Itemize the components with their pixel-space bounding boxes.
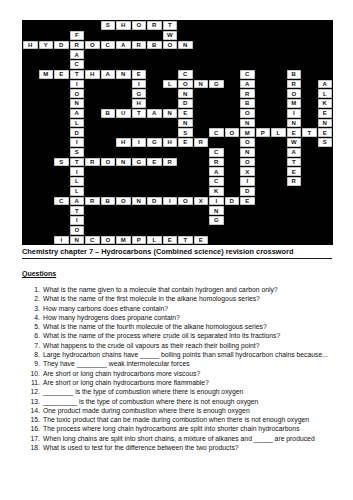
question-number: 11. xyxy=(22,378,40,387)
letter-cell: E xyxy=(194,236,209,245)
black-cell xyxy=(194,128,209,137)
black-cell xyxy=(209,89,224,98)
question-number: 12. xyxy=(22,387,40,396)
letter-cell: T xyxy=(70,206,85,215)
letter-cell: C xyxy=(240,70,255,79)
letter-cell: B xyxy=(287,70,302,79)
black-cell xyxy=(318,167,333,176)
black-cell xyxy=(194,148,209,157)
crossword-grid: SHORTFWHYDROCARBONACMETHANECCBIILONGARAO… xyxy=(22,20,333,245)
question-number: 5. xyxy=(22,322,40,331)
black-cell xyxy=(271,167,286,176)
black-cell xyxy=(178,167,193,176)
black-cell xyxy=(256,158,271,167)
black-cell xyxy=(256,70,271,79)
black-cell xyxy=(318,31,333,40)
letter-cell: O xyxy=(225,128,240,137)
black-cell xyxy=(85,31,100,40)
black-cell xyxy=(54,206,69,215)
black-cell xyxy=(271,50,286,59)
black-cell xyxy=(178,206,193,215)
black-cell xyxy=(116,216,131,225)
black-cell xyxy=(302,119,317,128)
black-cell xyxy=(54,148,69,157)
black-cell xyxy=(116,226,131,235)
letter-cell: I xyxy=(240,177,255,186)
letter-cell: A xyxy=(116,41,131,50)
letter-cell: N xyxy=(116,70,131,79)
black-cell xyxy=(287,41,302,50)
letter-cell: B xyxy=(240,99,255,108)
letter-cell: P xyxy=(256,128,271,137)
black-cell xyxy=(54,60,69,69)
black-cell xyxy=(54,31,69,40)
black-cell xyxy=(54,177,69,186)
black-cell xyxy=(116,128,131,137)
black-cell xyxy=(225,167,240,176)
black-cell xyxy=(132,206,147,215)
black-cell xyxy=(287,216,302,225)
black-cell xyxy=(23,226,38,235)
black-cell xyxy=(240,226,255,235)
letter-cell: N xyxy=(209,206,224,215)
question-item: 9.They have ________ weak intermolecular… xyxy=(22,359,342,368)
letter-cell: C xyxy=(85,236,100,245)
black-cell xyxy=(225,21,240,30)
black-cell xyxy=(39,50,54,59)
black-cell xyxy=(147,148,162,157)
letter-cell: N xyxy=(70,236,85,245)
black-cell xyxy=(194,119,209,128)
black-cell xyxy=(39,197,54,206)
letter-cell: D xyxy=(225,197,240,206)
black-cell xyxy=(178,21,193,30)
black-cell xyxy=(116,119,131,128)
black-cell xyxy=(194,226,209,235)
black-cell xyxy=(302,89,317,98)
black-cell xyxy=(302,187,317,196)
black-cell xyxy=(271,177,286,186)
black-cell xyxy=(147,119,162,128)
letter-cell: L xyxy=(147,236,162,245)
letter-cell: N xyxy=(178,119,193,128)
question-number: 15. xyxy=(22,415,40,424)
question-item: 2.What is the name of the first molecule… xyxy=(22,294,342,303)
black-cell xyxy=(256,167,271,176)
black-cell xyxy=(225,50,240,59)
question-text: Are short or long chain hydrocarbons mor… xyxy=(43,378,209,387)
letter-cell: B xyxy=(101,109,116,118)
black-cell xyxy=(271,148,286,157)
black-cell xyxy=(23,109,38,118)
black-cell xyxy=(302,158,317,167)
letter-cell: I xyxy=(70,80,85,89)
black-cell xyxy=(225,187,240,196)
black-cell xyxy=(256,226,271,235)
letter-cell: R xyxy=(85,158,100,167)
black-cell xyxy=(318,177,333,186)
question-text: How many hydrogens does propane contain? xyxy=(43,313,180,322)
black-cell xyxy=(85,99,100,108)
black-cell xyxy=(23,216,38,225)
black-cell xyxy=(39,128,54,137)
black-cell xyxy=(23,99,38,108)
black-cell xyxy=(116,89,131,98)
black-cell xyxy=(225,206,240,215)
black-cell xyxy=(256,50,271,59)
letter-cell: H xyxy=(132,99,147,108)
black-cell xyxy=(85,187,100,196)
black-cell xyxy=(132,177,147,186)
question-number: 8. xyxy=(22,350,40,359)
question-number: 7. xyxy=(22,341,40,350)
black-cell xyxy=(271,216,286,225)
letter-cell: I xyxy=(132,138,147,147)
letter-cell: U xyxy=(116,109,131,118)
black-cell xyxy=(54,167,69,176)
letter-cell: R xyxy=(163,158,178,167)
black-cell xyxy=(256,206,271,215)
worksheet-page: SHORTFWHYDROCARBONACMETHANECCBIILONGARAO… xyxy=(0,0,353,500)
black-cell xyxy=(256,60,271,69)
black-cell xyxy=(101,50,116,59)
black-cell xyxy=(302,138,317,147)
black-cell xyxy=(318,148,333,157)
letter-cell: T xyxy=(302,128,317,137)
black-cell xyxy=(302,109,317,118)
letter-cell: O xyxy=(101,236,116,245)
black-cell xyxy=(85,167,100,176)
black-cell xyxy=(23,89,38,98)
black-cell xyxy=(147,206,162,215)
letter-cell: E xyxy=(287,128,302,137)
black-cell xyxy=(147,31,162,40)
black-cell xyxy=(178,50,193,59)
letter-cell: O xyxy=(101,158,116,167)
letter-cell: A xyxy=(147,109,162,118)
black-cell xyxy=(132,31,147,40)
black-cell xyxy=(85,21,100,30)
black-cell xyxy=(85,216,100,225)
letter-cell: O xyxy=(287,89,302,98)
black-cell xyxy=(132,50,147,59)
black-cell xyxy=(271,80,286,89)
black-cell xyxy=(302,236,317,245)
black-cell xyxy=(302,70,317,79)
black-cell xyxy=(163,99,178,108)
letter-cell: O xyxy=(116,197,131,206)
letter-cell: N xyxy=(70,99,85,108)
black-cell xyxy=(256,80,271,89)
letter-cell: A xyxy=(70,50,85,59)
letter-cell: W xyxy=(287,138,302,147)
black-cell xyxy=(23,138,38,147)
black-cell xyxy=(23,236,38,245)
black-cell xyxy=(163,60,178,69)
question-text: Are short or long chain hydrocarbons mor… xyxy=(43,369,200,378)
black-cell xyxy=(302,206,317,215)
black-cell xyxy=(54,216,69,225)
letter-cell: L xyxy=(70,119,85,128)
letter-cell: C xyxy=(70,60,85,69)
black-cell xyxy=(163,89,178,98)
black-cell xyxy=(194,99,209,108)
black-cell xyxy=(54,109,69,118)
black-cell xyxy=(54,119,69,128)
letter-cell: E xyxy=(318,128,333,137)
letter-cell: R xyxy=(194,138,209,147)
black-cell xyxy=(23,31,38,40)
black-cell xyxy=(287,206,302,215)
black-cell xyxy=(318,187,333,196)
black-cell xyxy=(194,167,209,176)
worksheet-title: Chemistry chapter 7 – Hydrocarbons (Comb… xyxy=(22,247,332,259)
black-cell xyxy=(178,148,193,157)
black-cell xyxy=(318,158,333,167)
black-cell xyxy=(101,31,116,40)
letter-cell: S xyxy=(54,158,69,167)
question-number: 13. xyxy=(22,397,40,406)
letter-cell: I xyxy=(163,197,178,206)
black-cell xyxy=(209,41,224,50)
black-cell xyxy=(85,109,100,118)
letter-cell: D xyxy=(70,128,85,137)
letter-cell: R xyxy=(240,89,255,98)
black-cell xyxy=(271,41,286,50)
black-cell xyxy=(116,50,131,59)
black-cell xyxy=(39,148,54,157)
question-text: What is the name given to a molecule tha… xyxy=(43,285,278,294)
letter-cell: S xyxy=(178,128,193,137)
black-cell xyxy=(318,226,333,235)
black-cell xyxy=(225,148,240,157)
black-cell xyxy=(132,187,147,196)
question-number: 17. xyxy=(22,434,40,443)
black-cell xyxy=(209,50,224,59)
black-cell xyxy=(271,206,286,215)
question-item: 8.Large hydrocarbon chains have _____ bo… xyxy=(22,350,342,359)
black-cell xyxy=(225,99,240,108)
question-text: The process where long chain hydrocarbon… xyxy=(43,424,300,433)
black-cell xyxy=(271,21,286,30)
question-item: 5.What is the name of the fourth molecul… xyxy=(22,322,342,331)
black-cell xyxy=(23,187,38,196)
letter-cell: A xyxy=(318,80,333,89)
black-cell xyxy=(225,177,240,186)
letter-cell: R xyxy=(287,177,302,186)
black-cell xyxy=(302,60,317,69)
black-cell xyxy=(23,177,38,186)
black-cell xyxy=(194,158,209,167)
question-text: What is the name of the fourth molecule … xyxy=(43,322,267,331)
question-text: What is the name of the process where cr… xyxy=(43,331,280,340)
letter-cell: A xyxy=(240,80,255,89)
black-cell xyxy=(302,41,317,50)
black-cell xyxy=(39,80,54,89)
letter-cell: S xyxy=(318,138,333,147)
letter-cell: E xyxy=(287,167,302,176)
letter-cell: P xyxy=(132,236,147,245)
letter-cell: H xyxy=(23,41,38,50)
letter-cell: O xyxy=(85,41,100,50)
black-cell xyxy=(209,21,224,30)
black-cell xyxy=(39,119,54,128)
black-cell xyxy=(209,70,224,79)
letter-cell: N xyxy=(178,89,193,98)
letter-cell: L xyxy=(70,177,85,186)
black-cell xyxy=(23,80,38,89)
black-cell xyxy=(318,216,333,225)
black-cell xyxy=(147,128,162,137)
letter-cell: E xyxy=(240,197,255,206)
letter-cell: D xyxy=(54,41,69,50)
black-cell xyxy=(85,128,100,137)
black-cell xyxy=(101,167,116,176)
black-cell xyxy=(116,60,131,69)
black-cell xyxy=(116,206,131,215)
black-cell xyxy=(132,216,147,225)
letter-cell: G xyxy=(132,158,147,167)
letter-cell: N xyxy=(318,119,333,128)
letter-cell: R xyxy=(132,41,147,50)
black-cell xyxy=(302,177,317,186)
letter-cell: C xyxy=(101,41,116,50)
letter-cell: A xyxy=(70,197,85,206)
black-cell xyxy=(209,138,224,147)
black-cell xyxy=(271,236,286,245)
letter-cell: O xyxy=(240,138,255,147)
question-item: 15.The toxic product that can be made du… xyxy=(22,415,342,424)
letter-cell: M xyxy=(39,70,54,79)
black-cell xyxy=(318,70,333,79)
black-cell xyxy=(256,41,271,50)
letter-cell: R xyxy=(209,158,224,167)
black-cell xyxy=(23,60,38,69)
letter-cell: E xyxy=(54,70,69,79)
letter-cell: D xyxy=(240,187,255,196)
black-cell xyxy=(147,60,162,69)
black-cell xyxy=(256,109,271,118)
black-cell xyxy=(54,80,69,89)
black-cell xyxy=(147,167,162,176)
letter-cell: H xyxy=(85,70,100,79)
black-cell xyxy=(101,60,116,69)
black-cell xyxy=(132,226,147,235)
black-cell xyxy=(23,70,38,79)
black-cell xyxy=(85,80,100,89)
black-cell xyxy=(116,99,131,108)
black-cell xyxy=(287,187,302,196)
black-cell xyxy=(54,21,69,30)
black-cell xyxy=(302,31,317,40)
letter-cell: O xyxy=(178,197,193,206)
black-cell xyxy=(163,187,178,196)
black-cell xyxy=(225,60,240,69)
black-cell xyxy=(116,187,131,196)
black-cell xyxy=(271,89,286,98)
question-number: 2. xyxy=(22,294,40,303)
black-cell xyxy=(302,80,317,89)
black-cell xyxy=(194,177,209,186)
letter-cell: L xyxy=(318,89,333,98)
black-cell xyxy=(39,138,54,147)
black-cell xyxy=(163,128,178,137)
black-cell xyxy=(318,236,333,245)
black-cell xyxy=(271,158,286,167)
black-cell xyxy=(256,99,271,108)
black-cell xyxy=(85,138,100,147)
black-cell xyxy=(287,60,302,69)
black-cell xyxy=(116,167,131,176)
letter-cell: O xyxy=(163,41,178,50)
letter-cell: E xyxy=(163,236,178,245)
letter-cell: A xyxy=(209,167,224,176)
black-cell xyxy=(256,31,271,40)
letter-cell: M xyxy=(287,99,302,108)
letter-cell: O xyxy=(178,80,193,89)
black-cell xyxy=(240,31,255,40)
question-item: 13._________ is the type of combustion w… xyxy=(22,397,342,406)
black-cell xyxy=(256,177,271,186)
letter-cell: G xyxy=(132,89,147,98)
black-cell xyxy=(194,50,209,59)
letter-cell: W xyxy=(163,31,178,40)
black-cell xyxy=(23,50,38,59)
black-cell xyxy=(225,70,240,79)
black-cell xyxy=(163,216,178,225)
black-cell xyxy=(39,216,54,225)
black-cell xyxy=(256,148,271,157)
question-item: 7.What happens to the crude oil vapours … xyxy=(22,341,342,350)
letter-cell: R xyxy=(147,21,162,30)
letter-cell: R xyxy=(85,197,100,206)
question-text: Large hydrocarbon chains have _____ boil… xyxy=(43,350,328,359)
letter-cell: L xyxy=(70,187,85,196)
black-cell xyxy=(23,158,38,167)
question-item: 12.________ is the type of combustion wh… xyxy=(22,387,342,396)
black-cell xyxy=(178,177,193,186)
black-cell xyxy=(318,41,333,50)
letter-cell: O xyxy=(70,89,85,98)
letter-cell: I xyxy=(70,216,85,225)
letter-cell: M xyxy=(240,128,255,137)
letter-cell: H xyxy=(163,138,178,147)
black-cell xyxy=(163,119,178,128)
letter-cell: L xyxy=(271,128,286,137)
question-item: 4.How many hydrogens does propane contai… xyxy=(22,313,342,322)
black-cell xyxy=(101,177,116,186)
questions-heading: Questions xyxy=(22,270,56,277)
letter-cell: C xyxy=(209,148,224,157)
black-cell xyxy=(147,99,162,108)
letter-cell: T xyxy=(132,109,147,118)
black-cell xyxy=(287,50,302,59)
question-text: When long chains are split into short ch… xyxy=(43,434,315,443)
black-cell xyxy=(39,31,54,40)
black-cell xyxy=(194,187,209,196)
black-cell xyxy=(39,21,54,30)
letter-cell: E xyxy=(178,138,193,147)
letter-cell: L xyxy=(163,80,178,89)
black-cell xyxy=(225,31,240,40)
black-cell xyxy=(163,50,178,59)
black-cell xyxy=(287,21,302,30)
letter-cell: B xyxy=(101,197,116,206)
black-cell xyxy=(225,80,240,89)
black-cell xyxy=(194,31,209,40)
black-cell xyxy=(54,50,69,59)
black-cell xyxy=(132,119,147,128)
